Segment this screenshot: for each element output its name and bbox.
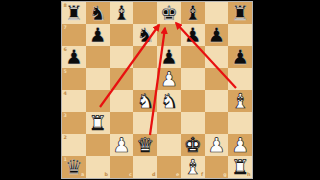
black-rook-h8-icon[interactable]: ♜ xyxy=(231,2,249,24)
black-bishop-c8-icon[interactable]: ♝ xyxy=(112,2,130,24)
square-a8[interactable]: 8♜ xyxy=(62,2,86,24)
rank-label-3: 3 xyxy=(64,113,67,118)
file-label-d: d xyxy=(152,172,155,177)
letterbox-right xyxy=(253,0,320,180)
square-b3[interactable]: ♜ xyxy=(86,112,110,134)
square-f1[interactable]: f♝ xyxy=(181,156,205,178)
square-e5[interactable]: ♟ xyxy=(157,68,181,90)
black-pawn-e6-icon[interactable]: ♟ xyxy=(160,46,178,68)
square-b7[interactable]: ♟ xyxy=(86,24,110,46)
square-c3[interactable] xyxy=(110,112,134,134)
square-g6[interactable] xyxy=(205,46,229,68)
square-f5[interactable] xyxy=(181,68,205,90)
chess-board-frame: 8♜♞♝♚♝♜7♟♞♟♟6♟♟♟5♟4♞♞♝3♜2♟♛♚♟♟1a♛bcdef♝g… xyxy=(61,1,253,179)
square-b1[interactable]: b xyxy=(86,156,110,178)
square-g7[interactable]: ♟ xyxy=(205,24,229,46)
file-label-b: b xyxy=(105,172,108,177)
square-g4[interactable] xyxy=(205,90,229,112)
square-f6[interactable] xyxy=(181,46,205,68)
square-c7[interactable] xyxy=(110,24,134,46)
square-e7[interactable] xyxy=(157,24,181,46)
black-pawn-f7-icon[interactable]: ♟ xyxy=(184,24,202,46)
square-g1[interactable]: g xyxy=(205,156,229,178)
black-pawn-a6-icon[interactable]: ♟ xyxy=(65,46,83,68)
rank-label-4: 4 xyxy=(64,91,67,96)
white-queen-d2-icon[interactable]: ♛ xyxy=(136,134,154,156)
square-c5[interactable] xyxy=(110,68,134,90)
square-f7[interactable]: ♟ xyxy=(181,24,205,46)
square-a7[interactable]: 7 xyxy=(62,24,86,46)
square-f2[interactable]: ♚ xyxy=(181,134,205,156)
square-c4[interactable] xyxy=(110,90,134,112)
square-c2[interactable]: ♟ xyxy=(110,134,134,156)
rank-label-2: 2 xyxy=(64,135,67,140)
white-bishop-h4-icon[interactable]: ♝ xyxy=(231,90,249,112)
square-e6[interactable]: ♟ xyxy=(157,46,181,68)
square-c1[interactable]: c xyxy=(110,156,134,178)
square-g8[interactable] xyxy=(205,2,229,24)
square-b6[interactable] xyxy=(86,46,110,68)
square-h2[interactable]: ♟ xyxy=(228,134,252,156)
square-h3[interactable] xyxy=(228,112,252,134)
square-e3[interactable] xyxy=(157,112,181,134)
square-b8[interactable]: ♞ xyxy=(86,2,110,24)
file-label-e: e xyxy=(176,172,179,177)
square-f8[interactable]: ♝ xyxy=(181,2,205,24)
square-a3[interactable]: 3 xyxy=(62,112,86,134)
square-h7[interactable] xyxy=(228,24,252,46)
square-d4[interactable]: ♞ xyxy=(133,90,157,112)
black-queen-a1-icon[interactable]: ♛ xyxy=(65,156,83,178)
rank-label-7: 7 xyxy=(64,25,67,30)
black-pawn-h6-icon[interactable]: ♟ xyxy=(231,46,249,68)
square-a6[interactable]: 6♟ xyxy=(62,46,86,68)
black-pawn-b7-icon[interactable]: ♟ xyxy=(89,24,107,46)
square-d8[interactable] xyxy=(133,2,157,24)
square-d7[interactable]: ♞ xyxy=(133,24,157,46)
square-d2[interactable]: ♛ xyxy=(133,134,157,156)
square-a2[interactable]: 2 xyxy=(62,134,86,156)
square-c8[interactable]: ♝ xyxy=(110,2,134,24)
white-king-f2-icon[interactable]: ♚ xyxy=(184,134,202,156)
white-bishop-f1-icon[interactable]: ♝ xyxy=(184,156,202,178)
square-a4[interactable]: 4 xyxy=(62,90,86,112)
chess-board[interactable]: 8♜♞♝♚♝♜7♟♞♟♟6♟♟♟5♟4♞♞♝3♜2♟♛♚♟♟1a♛bcdef♝g… xyxy=(62,2,252,178)
square-c6[interactable] xyxy=(110,46,134,68)
square-g3[interactable] xyxy=(205,112,229,134)
white-pawn-e5-icon[interactable]: ♟ xyxy=(160,68,178,90)
file-label-c: c xyxy=(129,172,132,177)
screenshot-stage: 8♜♞♝♚♝♜7♟♞♟♟6♟♟♟5♟4♞♞♝3♜2♟♛♚♟♟1a♛bcdef♝g… xyxy=(0,0,320,180)
square-b5[interactable] xyxy=(86,68,110,90)
white-rook-h1-icon[interactable]: ♜ xyxy=(231,156,249,178)
square-a1[interactable]: 1a♛ xyxy=(62,156,86,178)
white-pawn-h2-icon[interactable]: ♟ xyxy=(231,134,249,156)
square-d3[interactable] xyxy=(133,112,157,134)
square-h1[interactable]: h♜ xyxy=(228,156,252,178)
square-e4[interactable]: ♞ xyxy=(157,90,181,112)
square-g2[interactable]: ♟ xyxy=(205,134,229,156)
square-e1[interactable]: e xyxy=(157,156,181,178)
black-rook-a8-icon[interactable]: ♜ xyxy=(65,2,83,24)
square-b4[interactable] xyxy=(86,90,110,112)
square-h4[interactable]: ♝ xyxy=(228,90,252,112)
square-g5[interactable] xyxy=(205,68,229,90)
white-pawn-g2-icon[interactable]: ♟ xyxy=(207,134,225,156)
white-knight-d4-icon[interactable]: ♞ xyxy=(136,90,154,112)
square-b2[interactable] xyxy=(86,134,110,156)
square-d6[interactable] xyxy=(133,46,157,68)
file-label-g: g xyxy=(223,172,226,177)
square-f4[interactable] xyxy=(181,90,205,112)
black-knight-d7-icon[interactable]: ♞ xyxy=(136,24,154,46)
black-pawn-g7-icon[interactable]: ♟ xyxy=(207,24,225,46)
square-h5[interactable] xyxy=(228,68,252,90)
white-knight-e4-icon[interactable]: ♞ xyxy=(160,90,178,112)
black-bishop-f8-icon[interactable]: ♝ xyxy=(184,2,202,24)
square-e2[interactable] xyxy=(157,134,181,156)
white-pawn-c2-icon[interactable]: ♟ xyxy=(112,134,130,156)
rank-label-5: 5 xyxy=(64,69,67,74)
black-king-e8-icon[interactable]: ♚ xyxy=(160,2,178,24)
black-knight-b8-icon[interactable]: ♞ xyxy=(89,2,107,24)
square-a5[interactable]: 5 xyxy=(62,68,86,90)
square-e8[interactable]: ♚ xyxy=(157,2,181,24)
square-f3[interactable] xyxy=(181,112,205,134)
white-rook-b3-icon[interactable]: ♜ xyxy=(89,112,107,134)
square-h6[interactable]: ♟ xyxy=(228,46,252,68)
square-d5[interactable] xyxy=(133,68,157,90)
square-d1[interactable]: d xyxy=(133,156,157,178)
square-h8[interactable]: ♜ xyxy=(228,2,252,24)
letterbox-left xyxy=(0,0,61,180)
